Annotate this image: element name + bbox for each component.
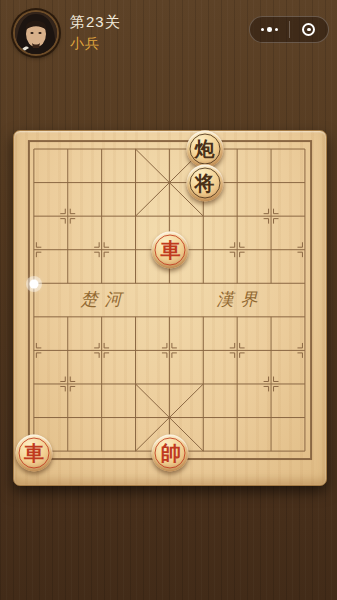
wechat-capsule	[249, 16, 329, 43]
xiangqi-piece-車[interactable]: 車	[16, 435, 53, 472]
top-bar: 第23关 小兵	[0, 0, 337, 62]
close-button[interactable]	[290, 17, 329, 42]
rank-title: 小兵	[70, 35, 100, 53]
pieces-layer: 炮将車車帥	[14, 131, 326, 485]
xiangqi-piece-帥[interactable]: 帥	[152, 435, 189, 472]
level-title: 第23关	[70, 13, 121, 32]
player-portrait	[15, 12, 57, 54]
more-icon	[261, 28, 264, 31]
xiangqi-piece-車[interactable]: 車	[152, 232, 189, 269]
close-icon	[302, 23, 315, 36]
bottom-bar: 锦 15 求助 4步	[0, 528, 337, 600]
xiangqi-piece-炮[interactable]: 炮	[186, 131, 223, 168]
more-button[interactable]	[250, 17, 289, 42]
player-avatar[interactable]	[13, 10, 59, 56]
move-indicator-dot	[30, 280, 39, 289]
xiangqi-board[interactable]: 楚河 漢界 炮将車車帥	[13, 130, 327, 486]
xiangqi-piece-将[interactable]: 将	[186, 164, 223, 201]
